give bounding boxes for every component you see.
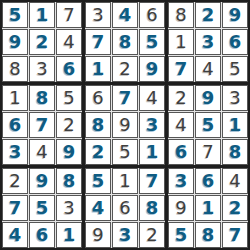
cell-r8c3[interactable]: 3: [56, 195, 82, 221]
cell-r6c4[interactable]: 2: [85, 139, 111, 165]
cell-r1c6[interactable]: 6: [139, 2, 165, 28]
cell-r3c5[interactable]: 2: [112, 56, 138, 82]
box-r2c0: 298753461: [2, 168, 82, 248]
cell-r6c3[interactable]: 9: [56, 139, 82, 165]
cell-r4c2[interactable]: 8: [29, 85, 55, 111]
cell-r6c8[interactable]: 7: [195, 139, 221, 165]
cell-r9c4[interactable]: 9: [85, 222, 111, 248]
cell-r7c2[interactable]: 9: [29, 168, 55, 194]
cell-r9c2[interactable]: 6: [29, 222, 55, 248]
cell-r5c6[interactable]: 3: [139, 112, 165, 138]
cell-r7c6[interactable]: 7: [139, 168, 165, 194]
cell-r6c7[interactable]: 6: [168, 139, 194, 165]
cell-r5c2[interactable]: 7: [29, 112, 55, 138]
cell-r2c8[interactable]: 3: [195, 29, 221, 55]
cell-r9c3[interactable]: 1: [56, 222, 82, 248]
cell-r7c1[interactable]: 2: [2, 168, 28, 194]
box-r0c2: 829136745: [168, 2, 248, 82]
sudoku-board: 5179248363467851298291367451856723496748…: [0, 0, 250, 250]
cell-r1c7[interactable]: 8: [168, 2, 194, 28]
box-r0c1: 346785129: [85, 2, 165, 82]
cell-r5c7[interactable]: 4: [168, 112, 194, 138]
cell-r6c9[interactable]: 8: [222, 139, 248, 165]
cell-r6c5[interactable]: 5: [112, 139, 138, 165]
box-r0c0: 517924836: [2, 2, 82, 82]
cell-r8c9[interactable]: 2: [222, 195, 248, 221]
cell-r1c4[interactable]: 3: [85, 2, 111, 28]
cell-r1c8[interactable]: 2: [195, 2, 221, 28]
cell-r9c8[interactable]: 8: [195, 222, 221, 248]
cell-r1c9[interactable]: 9: [222, 2, 248, 28]
cell-r4c7[interactable]: 2: [168, 85, 194, 111]
cell-r1c2[interactable]: 1: [29, 2, 55, 28]
cell-r8c8[interactable]: 1: [195, 195, 221, 221]
box-r1c2: 293451678: [168, 85, 248, 165]
cell-r1c5[interactable]: 4: [112, 2, 138, 28]
cell-r8c4[interactable]: 4: [85, 195, 111, 221]
cell-r2c3[interactable]: 4: [56, 29, 82, 55]
cell-r2c6[interactable]: 5: [139, 29, 165, 55]
cell-r1c1[interactable]: 5: [2, 2, 28, 28]
cell-r5c1[interactable]: 6: [2, 112, 28, 138]
cell-r8c1[interactable]: 7: [2, 195, 28, 221]
cell-r3c7[interactable]: 7: [168, 56, 194, 82]
cell-r2c5[interactable]: 8: [112, 29, 138, 55]
cell-r5c8[interactable]: 5: [195, 112, 221, 138]
cell-r9c9[interactable]: 7: [222, 222, 248, 248]
cell-r4c6[interactable]: 4: [139, 85, 165, 111]
cell-r3c3[interactable]: 6: [56, 56, 82, 82]
cell-r7c3[interactable]: 8: [56, 168, 82, 194]
cell-r5c9[interactable]: 1: [222, 112, 248, 138]
cell-r1c3[interactable]: 7: [56, 2, 82, 28]
cell-r2c2[interactable]: 2: [29, 29, 55, 55]
cell-r4c1[interactable]: 1: [2, 85, 28, 111]
cell-r7c7[interactable]: 3: [168, 168, 194, 194]
cell-r4c9[interactable]: 3: [222, 85, 248, 111]
cell-r9c6[interactable]: 2: [139, 222, 165, 248]
cell-r6c6[interactable]: 1: [139, 139, 165, 165]
cell-r5c4[interactable]: 8: [85, 112, 111, 138]
cell-r4c4[interactable]: 6: [85, 85, 111, 111]
cell-r5c5[interactable]: 9: [112, 112, 138, 138]
cell-r8c6[interactable]: 8: [139, 195, 165, 221]
cell-r9c1[interactable]: 4: [2, 222, 28, 248]
cell-r3c6[interactable]: 9: [139, 56, 165, 82]
cell-r4c3[interactable]: 5: [56, 85, 82, 111]
cell-r2c1[interactable]: 9: [2, 29, 28, 55]
cell-r4c8[interactable]: 9: [195, 85, 221, 111]
cell-r8c7[interactable]: 9: [168, 195, 194, 221]
cell-r7c9[interactable]: 4: [222, 168, 248, 194]
cell-r6c2[interactable]: 4: [29, 139, 55, 165]
cell-r7c8[interactable]: 6: [195, 168, 221, 194]
cell-r9c5[interactable]: 3: [112, 222, 138, 248]
cell-r7c4[interactable]: 5: [85, 168, 111, 194]
cell-r4c5[interactable]: 7: [112, 85, 138, 111]
box-r2c2: 364912587: [168, 168, 248, 248]
cell-r3c4[interactable]: 1: [85, 56, 111, 82]
box-r1c0: 185672349: [2, 85, 82, 165]
cell-r2c4[interactable]: 7: [85, 29, 111, 55]
cell-r6c1[interactable]: 3: [2, 139, 28, 165]
cell-r3c2[interactable]: 3: [29, 56, 55, 82]
cell-r2c9[interactable]: 6: [222, 29, 248, 55]
cell-r3c9[interactable]: 5: [222, 56, 248, 82]
cell-r9c7[interactable]: 5: [168, 222, 194, 248]
cell-r8c2[interactable]: 5: [29, 195, 55, 221]
cell-r7c5[interactable]: 1: [112, 168, 138, 194]
cell-r3c8[interactable]: 4: [195, 56, 221, 82]
cell-r5c3[interactable]: 2: [56, 112, 82, 138]
cell-r2c7[interactable]: 1: [168, 29, 194, 55]
cell-r3c1[interactable]: 8: [2, 56, 28, 82]
box-r2c1: 517468932: [85, 168, 165, 248]
box-r1c1: 674893251: [85, 85, 165, 165]
cell-r8c5[interactable]: 6: [112, 195, 138, 221]
